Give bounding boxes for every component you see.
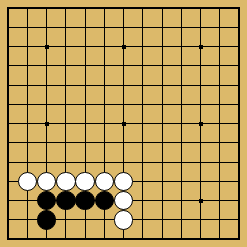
white-stone (114, 210, 134, 230)
white-stone (95, 172, 115, 192)
star-point (199, 199, 203, 203)
white-stone (56, 172, 76, 192)
black-stone (75, 191, 95, 211)
star-point (122, 45, 126, 49)
star-point (45, 122, 49, 126)
star-point (199, 122, 203, 126)
white-stone (75, 172, 95, 192)
black-stone (37, 210, 57, 230)
white-stone (114, 172, 134, 192)
star-point (199, 45, 203, 49)
black-stone (56, 191, 76, 211)
star-point (45, 45, 49, 49)
white-stone (18, 172, 38, 192)
white-stone (37, 172, 57, 192)
black-stone (95, 191, 115, 211)
star-point (122, 122, 126, 126)
go-board (0, 0, 247, 247)
